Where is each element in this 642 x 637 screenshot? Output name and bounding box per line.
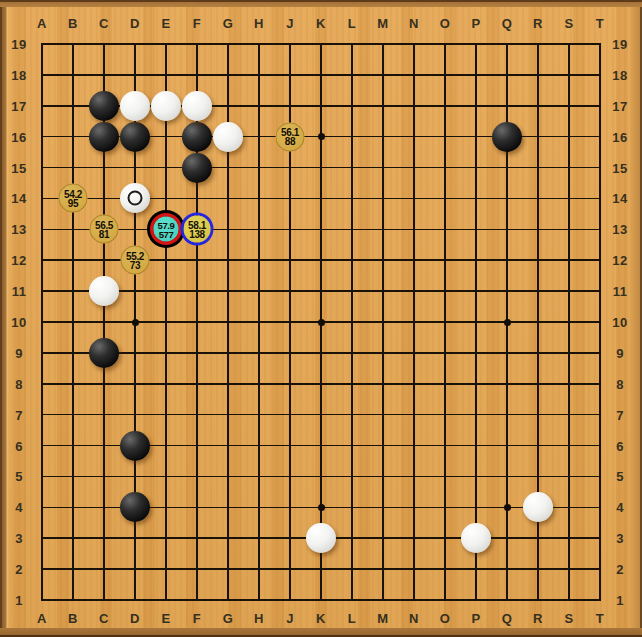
coord-label-top: H: [254, 16, 264, 31]
candidate-visits: 138: [189, 229, 205, 238]
black-stone-C16: [89, 122, 119, 152]
candidate-visits: 81: [99, 229, 109, 238]
go-board[interactable]: AABBCCDDEEFFGGHHJJKKLLMMNNOOPPQQRRSSTT19…: [0, 0, 642, 637]
coord-label-top: N: [409, 16, 419, 31]
candidate-move-B14[interactable]: 54.295: [59, 184, 88, 213]
coord-label-left: 9: [15, 345, 23, 360]
grid-line-vertical: [444, 43, 446, 601]
coord-label-bottom: B: [68, 611, 78, 626]
coord-label-right: 15: [612, 160, 627, 175]
white-stone-P3: [461, 523, 491, 553]
coord-label-bottom: K: [316, 611, 326, 626]
coord-label-left: 16: [11, 129, 26, 144]
coord-label-top: J: [286, 16, 294, 31]
coord-label-right: 12: [612, 253, 627, 268]
candidate-move-C13[interactable]: 56.581: [90, 215, 119, 244]
star-point: [318, 133, 325, 140]
coord-label-left: 1: [15, 593, 23, 608]
coord-label-right: 3: [616, 531, 624, 546]
grid-line-vertical: [568, 43, 570, 601]
white-stone-R4: [523, 492, 553, 522]
coord-label-top: L: [348, 16, 356, 31]
coord-label-top: K: [316, 16, 326, 31]
coord-label-bottom: R: [533, 611, 543, 626]
coord-label-bottom: S: [564, 611, 573, 626]
coord-label-bottom: O: [440, 611, 451, 626]
coord-label-left: 13: [11, 222, 26, 237]
coord-label-top: G: [223, 16, 234, 31]
coord-label-right: 19: [612, 37, 627, 52]
black-stone-D16: [120, 122, 150, 152]
candidate-visits: 577: [159, 229, 174, 238]
star-point: [132, 319, 139, 326]
coord-label-right: 13: [612, 222, 627, 237]
coord-label-right: 17: [612, 98, 627, 113]
coord-label-right: 11: [613, 284, 628, 299]
candidate-visits: 88: [285, 137, 295, 146]
coord-label-left: 19: [11, 37, 26, 52]
coord-label-right: 1: [616, 593, 624, 608]
star-point: [318, 504, 325, 511]
white-stone-G16: [213, 122, 243, 152]
grid-line-vertical: [413, 43, 415, 601]
grid-line-horizontal: [41, 599, 601, 601]
grid-line-vertical: [599, 43, 601, 601]
grid-line-horizontal: [41, 383, 601, 385]
star-point: [504, 319, 511, 326]
black-stone-C9: [89, 338, 119, 368]
coord-label-top: B: [68, 16, 78, 31]
coord-label-left: 17: [11, 98, 26, 113]
coord-label-top: R: [533, 16, 543, 31]
candidate-move-E13[interactable]: 57.9577: [154, 217, 179, 242]
coord-label-top: Q: [502, 16, 513, 31]
coord-label-top: D: [130, 16, 140, 31]
grid-line-horizontal: [41, 476, 601, 478]
coord-label-left: 5: [15, 469, 23, 484]
coord-label-left: 12: [11, 253, 26, 268]
coord-label-right: 10: [612, 315, 627, 330]
coord-label-right: 4: [616, 500, 624, 515]
coord-label-left: 10: [11, 315, 26, 330]
coord-label-left: 14: [11, 191, 26, 206]
black-stone-Q16: [492, 122, 522, 152]
coord-label-top: M: [377, 16, 388, 31]
white-stone-C11: [89, 276, 119, 306]
coord-label-bottom: J: [286, 611, 294, 626]
last-move-marker: [128, 191, 143, 206]
black-stone-C17: [89, 91, 119, 121]
black-stone-D4: [120, 492, 150, 522]
coord-label-bottom: N: [409, 611, 419, 626]
coord-label-top: T: [596, 16, 604, 31]
coord-label-top: C: [99, 16, 109, 31]
grid-line-vertical: [475, 43, 477, 601]
coord-label-right: 14: [612, 191, 627, 206]
coord-label-right: 5: [616, 469, 624, 484]
coord-label-top: S: [564, 16, 573, 31]
candidate-visits: 73: [130, 260, 140, 269]
coord-label-bottom: T: [596, 611, 604, 626]
coord-label-bottom: D: [130, 611, 140, 626]
coord-label-bottom: C: [99, 611, 109, 626]
star-point: [318, 319, 325, 326]
coord-label-bottom: P: [471, 611, 480, 626]
coord-label-bottom: M: [377, 611, 388, 626]
coord-label-bottom: A: [37, 611, 47, 626]
coord-label-bottom: H: [254, 611, 264, 626]
coord-label-left: 2: [15, 562, 23, 577]
white-stone-F17: [182, 91, 212, 121]
coord-label-right: 16: [612, 129, 627, 144]
coord-label-top: O: [440, 16, 451, 31]
coord-label-left: 11: [12, 284, 27, 299]
coord-label-bottom: G: [223, 611, 234, 626]
coord-label-top: P: [471, 16, 480, 31]
coord-label-left: 7: [15, 407, 23, 422]
candidate-move-J16[interactable]: 56.188: [276, 122, 305, 151]
candidate-move-F13[interactable]: 58.1138: [184, 216, 211, 243]
black-stone-D6: [120, 431, 150, 461]
coord-label-right: 18: [612, 67, 627, 82]
grid-line-horizontal: [41, 568, 601, 570]
candidate-move-D12[interactable]: 55.273: [121, 246, 150, 275]
coord-label-right: 9: [616, 345, 624, 360]
coord-label-bottom: Q: [502, 611, 513, 626]
white-stone-D17: [120, 91, 150, 121]
coord-label-top: E: [161, 16, 170, 31]
coord-label-top: F: [193, 16, 201, 31]
coord-label-left: 18: [11, 67, 26, 82]
star-point: [504, 504, 511, 511]
coord-label-left: 3: [15, 531, 23, 546]
coord-label-top: A: [37, 16, 47, 31]
black-stone-F15: [182, 153, 212, 183]
coord-label-right: 7: [616, 407, 624, 422]
grid-line-vertical: [382, 43, 384, 601]
coord-label-left: 8: [15, 376, 23, 391]
coord-label-right: 2: [616, 562, 624, 577]
grid-line-horizontal: [41, 352, 601, 354]
white-stone-E17: [151, 91, 181, 121]
coord-label-bottom: L: [348, 611, 356, 626]
coord-label-left: 15: [11, 160, 26, 175]
grid-line-vertical: [351, 43, 353, 601]
coord-label-bottom: E: [161, 611, 170, 626]
coord-label-bottom: F: [193, 611, 201, 626]
white-stone-K3: [306, 523, 336, 553]
coord-label-left: 4: [15, 500, 23, 515]
coord-label-right: 6: [616, 438, 624, 453]
coord-label-left: 6: [15, 438, 23, 453]
black-stone-F16: [182, 122, 212, 152]
candidate-visits: 95: [68, 198, 78, 207]
grid-line-horizontal: [41, 414, 601, 416]
coord-label-right: 8: [616, 376, 624, 391]
